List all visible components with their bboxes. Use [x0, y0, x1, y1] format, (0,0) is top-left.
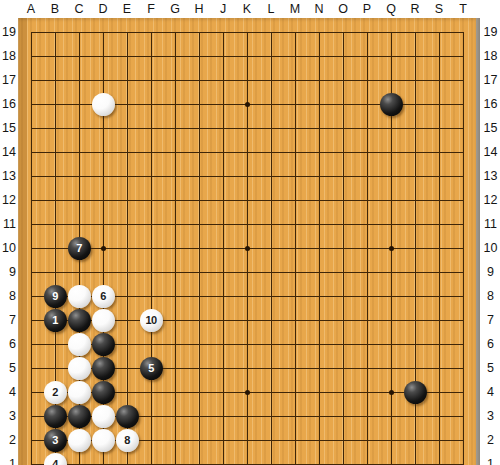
board-point-A19[interactable] — [19, 20, 43, 44]
board-point-N10[interactable] — [307, 236, 331, 260]
board-point-E19[interactable] — [115, 20, 139, 44]
board-point-R18[interactable] — [403, 44, 427, 68]
board-point-A3[interactable] — [19, 404, 43, 428]
board-point-K13[interactable] — [235, 164, 259, 188]
board-point-R12[interactable] — [403, 188, 427, 212]
board-point-E18[interactable] — [115, 44, 139, 68]
board-point-R13[interactable] — [403, 164, 427, 188]
board-point-M5[interactable] — [283, 356, 307, 380]
board-point-S7[interactable] — [427, 308, 451, 332]
board-point-T4[interactable] — [451, 380, 475, 404]
board-point-J19[interactable] — [211, 20, 235, 44]
board-point-S18[interactable] — [427, 44, 451, 68]
board-point-J12[interactable] — [211, 188, 235, 212]
board-point-Q16[interactable] — [379, 92, 403, 116]
stone-black-D6[interactable] — [92, 333, 115, 356]
board-point-B6[interactable] — [43, 332, 67, 356]
board-point-F4[interactable] — [139, 380, 163, 404]
board-point-C3[interactable] — [67, 404, 91, 428]
board-point-D3[interactable] — [91, 404, 115, 428]
board-point-H3[interactable] — [187, 404, 211, 428]
board-point-T9[interactable] — [451, 260, 475, 284]
board-point-Q6[interactable] — [379, 332, 403, 356]
board-point-H16[interactable] — [187, 92, 211, 116]
board-point-K5[interactable] — [235, 356, 259, 380]
board-point-N14[interactable] — [307, 140, 331, 164]
board-point-L6[interactable] — [259, 332, 283, 356]
stone-white-D7[interactable] — [92, 309, 115, 332]
board-point-Q8[interactable] — [379, 284, 403, 308]
board-point-C16[interactable] — [67, 92, 91, 116]
board-point-L12[interactable] — [259, 188, 283, 212]
board-point-K17[interactable] — [235, 68, 259, 92]
stone-white-D8[interactable]: 6 — [92, 285, 115, 308]
board-point-G4[interactable] — [163, 380, 187, 404]
board-point-F15[interactable] — [139, 116, 163, 140]
board-point-B7[interactable]: 1 — [43, 308, 67, 332]
stone-black-C3[interactable] — [68, 405, 91, 428]
board-point-L19[interactable] — [259, 20, 283, 44]
board-point-L1[interactable] — [259, 452, 283, 465]
board-point-H10[interactable] — [187, 236, 211, 260]
board-point-N13[interactable] — [307, 164, 331, 188]
board-point-O8[interactable] — [331, 284, 355, 308]
board-point-H18[interactable] — [187, 44, 211, 68]
board-point-O1[interactable] — [331, 452, 355, 465]
board-point-C2[interactable] — [67, 428, 91, 452]
board-point-A9[interactable] — [19, 260, 43, 284]
board-point-L16[interactable] — [259, 92, 283, 116]
board-point-K1[interactable] — [235, 452, 259, 465]
board-point-P10[interactable] — [355, 236, 379, 260]
board-point-F8[interactable] — [139, 284, 163, 308]
board-point-F1[interactable] — [139, 452, 163, 465]
board-point-O12[interactable] — [331, 188, 355, 212]
board-point-G5[interactable] — [163, 356, 187, 380]
board-point-O4[interactable] — [331, 380, 355, 404]
board-point-F13[interactable] — [139, 164, 163, 188]
board-point-F16[interactable] — [139, 92, 163, 116]
board-point-F2[interactable] — [139, 428, 163, 452]
board-point-T16[interactable] — [451, 92, 475, 116]
board-point-E6[interactable] — [115, 332, 139, 356]
board-point-D10[interactable] — [91, 236, 115, 260]
board-point-O6[interactable] — [331, 332, 355, 356]
board-point-J13[interactable] — [211, 164, 235, 188]
board-point-D9[interactable] — [91, 260, 115, 284]
go-board[interactable]: 79611052384 — [18, 18, 476, 465]
board-point-K8[interactable] — [235, 284, 259, 308]
board-point-H14[interactable] — [187, 140, 211, 164]
board-point-G16[interactable] — [163, 92, 187, 116]
board-point-M11[interactable] — [283, 212, 307, 236]
board-point-R6[interactable] — [403, 332, 427, 356]
board-point-C7[interactable] — [67, 308, 91, 332]
board-point-D16[interactable] — [91, 92, 115, 116]
board-point-F18[interactable] — [139, 44, 163, 68]
stone-white-B4[interactable]: 2 — [44, 381, 67, 404]
board-point-E15[interactable] — [115, 116, 139, 140]
board-point-L14[interactable] — [259, 140, 283, 164]
board-point-G18[interactable] — [163, 44, 187, 68]
board-point-S9[interactable] — [427, 260, 451, 284]
board-point-C8[interactable] — [67, 284, 91, 308]
board-point-J5[interactable] — [211, 356, 235, 380]
board-point-A5[interactable] — [19, 356, 43, 380]
board-point-D7[interactable] — [91, 308, 115, 332]
board-point-B11[interactable] — [43, 212, 67, 236]
board-point-B15[interactable] — [43, 116, 67, 140]
board-point-S2[interactable] — [427, 428, 451, 452]
board-point-H8[interactable] — [187, 284, 211, 308]
board-point-B3[interactable] — [43, 404, 67, 428]
board-point-C14[interactable] — [67, 140, 91, 164]
board-point-K4[interactable] — [235, 380, 259, 404]
board-point-J15[interactable] — [211, 116, 235, 140]
board-point-G7[interactable] — [163, 308, 187, 332]
board-point-N18[interactable] — [307, 44, 331, 68]
board-point-D6[interactable] — [91, 332, 115, 356]
board-point-R2[interactable] — [403, 428, 427, 452]
board-point-T11[interactable] — [451, 212, 475, 236]
board-point-G15[interactable] — [163, 116, 187, 140]
board-point-J18[interactable] — [211, 44, 235, 68]
board-point-M1[interactable] — [283, 452, 307, 465]
board-point-M4[interactable] — [283, 380, 307, 404]
board-point-L10[interactable] — [259, 236, 283, 260]
board-point-A15[interactable] — [19, 116, 43, 140]
board-point-J16[interactable] — [211, 92, 235, 116]
board-point-Q7[interactable] — [379, 308, 403, 332]
board-point-M18[interactable] — [283, 44, 307, 68]
board-point-S19[interactable] — [427, 20, 451, 44]
board-point-R19[interactable] — [403, 20, 427, 44]
board-point-A2[interactable] — [19, 428, 43, 452]
board-point-B9[interactable] — [43, 260, 67, 284]
board-point-M17[interactable] — [283, 68, 307, 92]
board-point-P14[interactable] — [355, 140, 379, 164]
board-point-R17[interactable] — [403, 68, 427, 92]
board-point-M13[interactable] — [283, 164, 307, 188]
board-point-T18[interactable] — [451, 44, 475, 68]
board-point-G17[interactable] — [163, 68, 187, 92]
board-point-S11[interactable] — [427, 212, 451, 236]
board-point-N19[interactable] — [307, 20, 331, 44]
board-point-L2[interactable] — [259, 428, 283, 452]
board-point-M10[interactable] — [283, 236, 307, 260]
board-point-O2[interactable] — [331, 428, 355, 452]
board-point-H17[interactable] — [187, 68, 211, 92]
board-point-B18[interactable] — [43, 44, 67, 68]
board-point-N12[interactable] — [307, 188, 331, 212]
board-point-L18[interactable] — [259, 44, 283, 68]
board-point-A4[interactable] — [19, 380, 43, 404]
board-point-F17[interactable] — [139, 68, 163, 92]
board-point-N7[interactable] — [307, 308, 331, 332]
board-point-S16[interactable] — [427, 92, 451, 116]
board-point-M19[interactable] — [283, 20, 307, 44]
stone-white-D16[interactable] — [92, 93, 115, 116]
board-point-A10[interactable] — [19, 236, 43, 260]
stone-white-C2[interactable] — [68, 429, 91, 452]
board-point-G19[interactable] — [163, 20, 187, 44]
board-point-F19[interactable] — [139, 20, 163, 44]
board-point-S10[interactable] — [427, 236, 451, 260]
board-point-J11[interactable] — [211, 212, 235, 236]
board-point-N11[interactable] — [307, 212, 331, 236]
board-point-L13[interactable] — [259, 164, 283, 188]
board-point-K2[interactable] — [235, 428, 259, 452]
board-point-T8[interactable] — [451, 284, 475, 308]
board-point-S14[interactable] — [427, 140, 451, 164]
board-point-H7[interactable] — [187, 308, 211, 332]
board-point-K6[interactable] — [235, 332, 259, 356]
board-point-J10[interactable] — [211, 236, 235, 260]
board-point-O7[interactable] — [331, 308, 355, 332]
board-point-H4[interactable] — [187, 380, 211, 404]
board-point-H9[interactable] — [187, 260, 211, 284]
board-point-J3[interactable] — [211, 404, 235, 428]
board-point-K14[interactable] — [235, 140, 259, 164]
board-point-R5[interactable] — [403, 356, 427, 380]
board-point-E10[interactable] — [115, 236, 139, 260]
board-point-C4[interactable] — [67, 380, 91, 404]
board-point-T2[interactable] — [451, 428, 475, 452]
board-point-S17[interactable] — [427, 68, 451, 92]
board-point-P3[interactable] — [355, 404, 379, 428]
board-point-D11[interactable] — [91, 212, 115, 236]
stone-black-B3[interactable] — [44, 405, 67, 428]
board-point-C5[interactable] — [67, 356, 91, 380]
board-point-C18[interactable] — [67, 44, 91, 68]
board-point-P17[interactable] — [355, 68, 379, 92]
stone-white-C8[interactable] — [68, 285, 91, 308]
board-point-Q10[interactable] — [379, 236, 403, 260]
board-point-P16[interactable] — [355, 92, 379, 116]
board-point-R7[interactable] — [403, 308, 427, 332]
board-point-Q4[interactable] — [379, 380, 403, 404]
board-point-F5[interactable]: 5 — [139, 356, 163, 380]
board-point-O17[interactable] — [331, 68, 355, 92]
board-point-E5[interactable] — [115, 356, 139, 380]
board-point-K15[interactable] — [235, 116, 259, 140]
stone-black-B8[interactable]: 9 — [44, 285, 67, 308]
board-point-E11[interactable] — [115, 212, 139, 236]
board-point-G14[interactable] — [163, 140, 187, 164]
board-point-A7[interactable] — [19, 308, 43, 332]
board-point-G9[interactable] — [163, 260, 187, 284]
board-point-G2[interactable] — [163, 428, 187, 452]
board-point-A6[interactable] — [19, 332, 43, 356]
board-point-M7[interactable] — [283, 308, 307, 332]
board-point-T14[interactable] — [451, 140, 475, 164]
board-point-S1[interactable] — [427, 452, 451, 465]
board-point-K10[interactable] — [235, 236, 259, 260]
board-point-P6[interactable] — [355, 332, 379, 356]
board-point-J7[interactable] — [211, 308, 235, 332]
board-point-Q11[interactable] — [379, 212, 403, 236]
board-point-N16[interactable] — [307, 92, 331, 116]
stone-black-C10[interactable]: 7 — [68, 237, 91, 260]
board-point-O16[interactable] — [331, 92, 355, 116]
board-point-P13[interactable] — [355, 164, 379, 188]
board-point-O9[interactable] — [331, 260, 355, 284]
board-point-E3[interactable] — [115, 404, 139, 428]
board-point-E8[interactable] — [115, 284, 139, 308]
board-point-N9[interactable] — [307, 260, 331, 284]
board-point-N2[interactable] — [307, 428, 331, 452]
board-point-P11[interactable] — [355, 212, 379, 236]
board-point-R3[interactable] — [403, 404, 427, 428]
board-point-A18[interactable] — [19, 44, 43, 68]
board-point-H19[interactable] — [187, 20, 211, 44]
board-point-L8[interactable] — [259, 284, 283, 308]
board-point-L11[interactable] — [259, 212, 283, 236]
board-point-J9[interactable] — [211, 260, 235, 284]
board-point-T15[interactable] — [451, 116, 475, 140]
stone-black-B2[interactable]: 3 — [44, 429, 67, 452]
board-point-T12[interactable] — [451, 188, 475, 212]
stone-white-C4[interactable] — [68, 381, 91, 404]
board-point-L9[interactable] — [259, 260, 283, 284]
board-point-R15[interactable] — [403, 116, 427, 140]
board-point-D5[interactable] — [91, 356, 115, 380]
board-point-P18[interactable] — [355, 44, 379, 68]
board-point-K7[interactable] — [235, 308, 259, 332]
board-point-K3[interactable] — [235, 404, 259, 428]
board-point-E12[interactable] — [115, 188, 139, 212]
board-point-M14[interactable] — [283, 140, 307, 164]
board-point-D17[interactable] — [91, 68, 115, 92]
board-point-N15[interactable] — [307, 116, 331, 140]
stone-white-C5[interactable] — [68, 357, 91, 380]
board-point-L17[interactable] — [259, 68, 283, 92]
board-point-E14[interactable] — [115, 140, 139, 164]
board-point-S12[interactable] — [427, 188, 451, 212]
stone-white-B1[interactable]: 4 — [44, 453, 67, 465]
board-point-Q3[interactable] — [379, 404, 403, 428]
board-point-D15[interactable] — [91, 116, 115, 140]
board-point-E4[interactable] — [115, 380, 139, 404]
board-point-M9[interactable] — [283, 260, 307, 284]
board-point-G6[interactable] — [163, 332, 187, 356]
board-point-L15[interactable] — [259, 116, 283, 140]
board-point-H12[interactable] — [187, 188, 211, 212]
board-point-Q18[interactable] — [379, 44, 403, 68]
board-point-B13[interactable] — [43, 164, 67, 188]
board-point-D14[interactable] — [91, 140, 115, 164]
board-point-C6[interactable] — [67, 332, 91, 356]
board-point-C19[interactable] — [67, 20, 91, 44]
board-point-G1[interactable] — [163, 452, 187, 465]
board-point-N1[interactable] — [307, 452, 331, 465]
stone-black-D5[interactable] — [92, 357, 115, 380]
board-point-P5[interactable] — [355, 356, 379, 380]
board-point-B8[interactable]: 9 — [43, 284, 67, 308]
board-point-F11[interactable] — [139, 212, 163, 236]
board-point-S15[interactable] — [427, 116, 451, 140]
board-point-A12[interactable] — [19, 188, 43, 212]
board-point-N8[interactable] — [307, 284, 331, 308]
board-point-A1[interactable] — [19, 452, 43, 465]
board-point-A8[interactable] — [19, 284, 43, 308]
board-point-E13[interactable] — [115, 164, 139, 188]
board-point-G13[interactable] — [163, 164, 187, 188]
board-point-R9[interactable] — [403, 260, 427, 284]
board-point-J8[interactable] — [211, 284, 235, 308]
board-point-T1[interactable] — [451, 452, 475, 465]
board-point-L4[interactable] — [259, 380, 283, 404]
board-point-F9[interactable] — [139, 260, 163, 284]
board-point-C11[interactable] — [67, 212, 91, 236]
board-point-E7[interactable] — [115, 308, 139, 332]
board-point-H11[interactable] — [187, 212, 211, 236]
board-point-Q17[interactable] — [379, 68, 403, 92]
board-point-P12[interactable] — [355, 188, 379, 212]
board-point-O18[interactable] — [331, 44, 355, 68]
board-point-B10[interactable] — [43, 236, 67, 260]
board-point-A17[interactable] — [19, 68, 43, 92]
stone-white-D3[interactable] — [92, 405, 115, 428]
board-point-F3[interactable] — [139, 404, 163, 428]
board-point-C13[interactable] — [67, 164, 91, 188]
board-point-G10[interactable] — [163, 236, 187, 260]
board-point-F12[interactable] — [139, 188, 163, 212]
board-point-Q2[interactable] — [379, 428, 403, 452]
board-point-N6[interactable] — [307, 332, 331, 356]
board-point-B1[interactable]: 4 — [43, 452, 67, 465]
board-point-D8[interactable]: 6 — [91, 284, 115, 308]
board-point-T17[interactable] — [451, 68, 475, 92]
board-point-Q15[interactable] — [379, 116, 403, 140]
stone-black-Q16[interactable] — [380, 93, 403, 116]
board-point-A16[interactable] — [19, 92, 43, 116]
board-point-K16[interactable] — [235, 92, 259, 116]
stone-white-C6[interactable] — [68, 333, 91, 356]
board-point-Q19[interactable] — [379, 20, 403, 44]
board-point-J17[interactable] — [211, 68, 235, 92]
board-point-O13[interactable] — [331, 164, 355, 188]
board-point-P15[interactable] — [355, 116, 379, 140]
board-point-H2[interactable] — [187, 428, 211, 452]
board-point-B5[interactable] — [43, 356, 67, 380]
board-point-G3[interactable] — [163, 404, 187, 428]
board-point-A14[interactable] — [19, 140, 43, 164]
board-point-D1[interactable] — [91, 452, 115, 465]
stone-black-D4[interactable] — [92, 381, 115, 404]
board-point-H6[interactable] — [187, 332, 211, 356]
board-point-D13[interactable] — [91, 164, 115, 188]
board-point-N17[interactable] — [307, 68, 331, 92]
board-point-S6[interactable] — [427, 332, 451, 356]
board-point-T6[interactable] — [451, 332, 475, 356]
board-point-B19[interactable] — [43, 20, 67, 44]
board-point-S4[interactable] — [427, 380, 451, 404]
stone-black-R4[interactable] — [404, 381, 427, 404]
board-point-B14[interactable] — [43, 140, 67, 164]
board-point-H13[interactable] — [187, 164, 211, 188]
board-point-H1[interactable] — [187, 452, 211, 465]
board-point-G12[interactable] — [163, 188, 187, 212]
board-point-R16[interactable] — [403, 92, 427, 116]
board-point-D2[interactable] — [91, 428, 115, 452]
board-point-H15[interactable] — [187, 116, 211, 140]
board-point-R8[interactable] — [403, 284, 427, 308]
board-point-E16[interactable] — [115, 92, 139, 116]
board-point-F6[interactable] — [139, 332, 163, 356]
board-point-Q13[interactable] — [379, 164, 403, 188]
board-point-Q5[interactable] — [379, 356, 403, 380]
